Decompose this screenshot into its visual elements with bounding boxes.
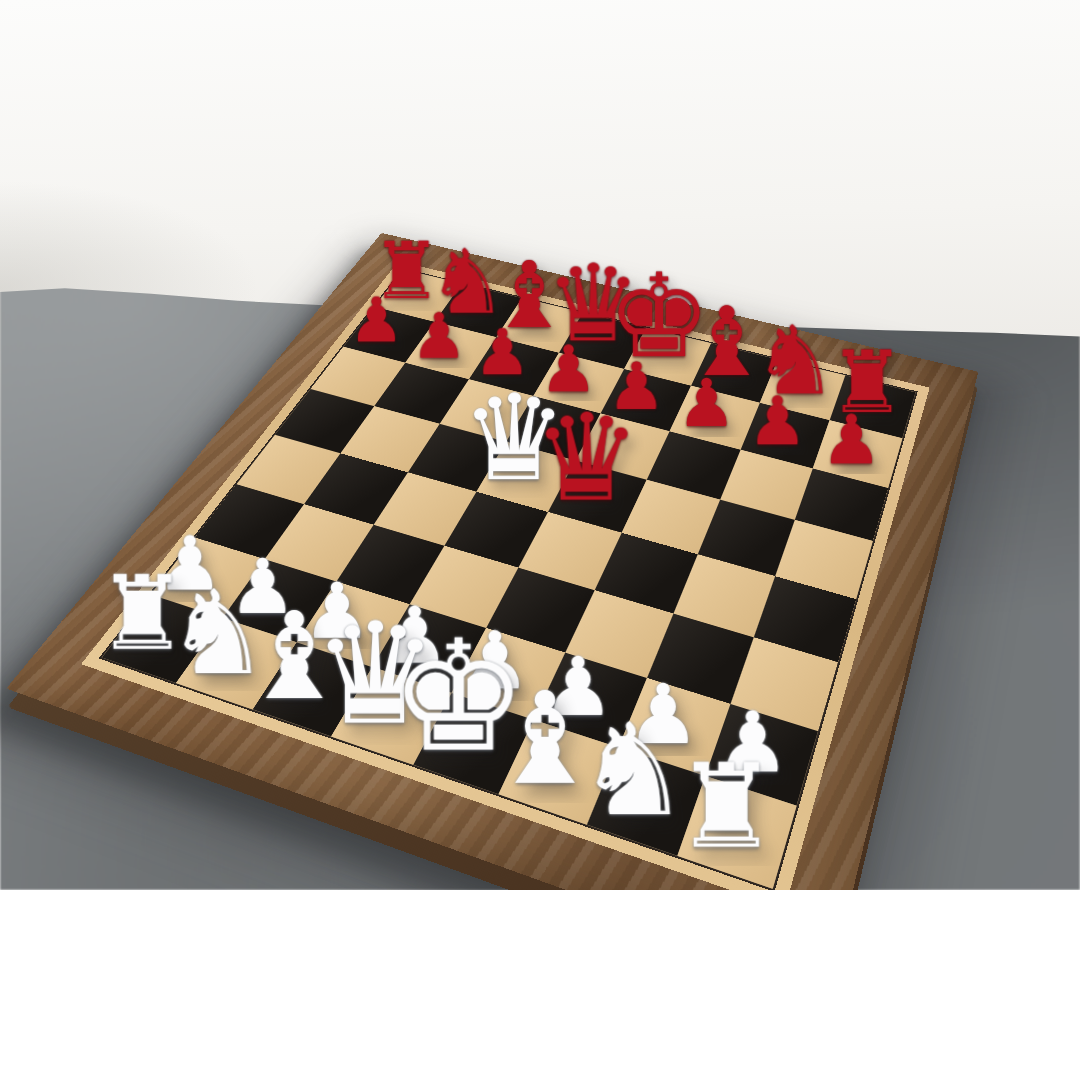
- white-pawn: ♟: [302, 573, 371, 650]
- board-tilt: ♜♞♝♛♚♝♞♜♟♟♟♟♟♟♟♟♛♛♟♟♟♟♟♟♟♟♜♞♝♛♚♝♞♜: [6, 233, 978, 890]
- board-stage: ♜♞♝♛♚♝♞♜♟♟♟♟♟♟♟♟♛♛♟♟♟♟♟♟♟♟♜♞♝♛♚♝♞♜: [0, 0, 1080, 890]
- white-rook: ♜: [96, 563, 188, 665]
- product-photo-canvas: ♜♞♝♛♚♝♞♜♟♟♟♟♟♟♟♟♛♛♟♟♟♟♟♟♟♟♜♞♝♛♚♝♞♜: [0, 0, 1080, 1080]
- board-square: [697, 500, 795, 577]
- red-rook: ♜: [371, 233, 441, 311]
- white-pawn: ♟: [156, 527, 223, 602]
- photo-area: ♜♞♝♛♚♝♞♜♟♟♟♟♟♟♟♟♛♛♟♟♟♟♟♟♟♟♜♞♝♛♚♝♞♜: [0, 0, 1080, 890]
- board-square: ♜: [830, 375, 916, 438]
- board-square: ♜: [678, 776, 797, 888]
